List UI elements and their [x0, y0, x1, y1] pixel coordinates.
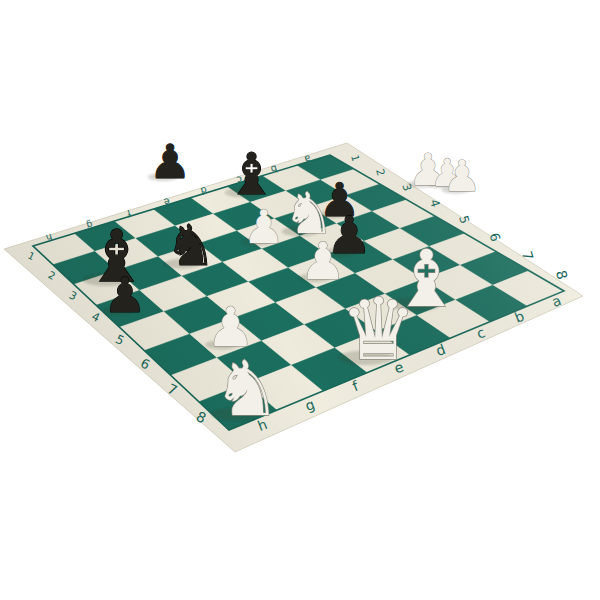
- piece-white-knight-h8[interactable]: ♞: [213, 344, 281, 433]
- piece-white-pawn-d5[interactable]: ♟: [300, 231, 346, 291]
- piece-black-knight-f3[interactable]: ♞: [165, 212, 216, 278]
- piece-white-pawn-d3[interactable]: ♟: [243, 200, 284, 254]
- captured-black-pawn-1[interactable]: ♟: [149, 134, 191, 189]
- board-scene: 1122334455667788hhggffeeddccbbaa♟♟♟♟♝♟♞♟…: [0, 0, 600, 600]
- board-photo: 1122334455667788hhggffeeddccbbaa♟♟♟♟♝♟♞♟…: [0, 0, 600, 600]
- piece-black-bishop-c1[interactable]: ♝: [226, 141, 277, 208]
- piece-black-pawn-h4[interactable]: ♟: [103, 267, 146, 323]
- captured-white-pawn-4[interactable]: ♟: [443, 151, 482, 201]
- piece-white-queen-e8[interactable]: ♛: [340, 280, 417, 379]
